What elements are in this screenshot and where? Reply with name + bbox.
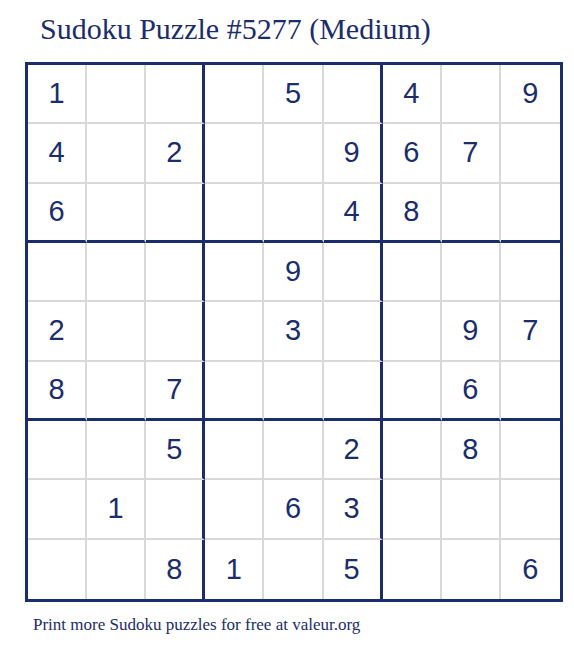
cell-r3c1[interactable]: 6 bbox=[28, 184, 87, 243]
cell-r3c3[interactable] bbox=[146, 184, 205, 243]
cell-r3c2[interactable] bbox=[87, 184, 146, 243]
cell-r2c5[interactable] bbox=[264, 124, 323, 183]
cell-r6c4[interactable] bbox=[205, 362, 264, 421]
cell-r7c6[interactable]: 2 bbox=[324, 421, 383, 480]
cell-r7c5[interactable] bbox=[264, 421, 323, 480]
cell-r8c9[interactable] bbox=[501, 480, 560, 539]
cell-r8c1[interactable] bbox=[28, 480, 87, 539]
footer-text: Print more Sudoku puzzles for free at va… bbox=[33, 615, 360, 635]
cell-r9c8[interactable] bbox=[442, 540, 501, 599]
sudoku-grid: 154942967648923978765281638156 bbox=[25, 62, 563, 602]
cell-r5c2[interactable] bbox=[87, 302, 146, 361]
cell-r1c2[interactable] bbox=[87, 65, 146, 124]
cell-r9c1[interactable] bbox=[28, 540, 87, 599]
cell-r1c6[interactable] bbox=[324, 65, 383, 124]
cell-r1c9[interactable]: 9 bbox=[501, 65, 560, 124]
cell-r8c6[interactable]: 3 bbox=[324, 480, 383, 539]
cell-r3c4[interactable] bbox=[205, 184, 264, 243]
cell-r9c5[interactable] bbox=[264, 540, 323, 599]
cell-r2c3[interactable]: 2 bbox=[146, 124, 205, 183]
cell-r8c8[interactable] bbox=[442, 480, 501, 539]
cell-r7c4[interactable] bbox=[205, 421, 264, 480]
cell-r8c2[interactable]: 1 bbox=[87, 480, 146, 539]
cell-r2c8[interactable]: 7 bbox=[442, 124, 501, 183]
cell-r1c8[interactable] bbox=[442, 65, 501, 124]
cell-r4c1[interactable] bbox=[28, 243, 87, 302]
cell-r8c7[interactable] bbox=[383, 480, 442, 539]
cell-r1c5[interactable]: 5 bbox=[264, 65, 323, 124]
cell-r5c1[interactable]: 2 bbox=[28, 302, 87, 361]
cell-r2c4[interactable] bbox=[205, 124, 264, 183]
cell-r7c9[interactable] bbox=[501, 421, 560, 480]
cell-r3c7[interactable]: 8 bbox=[383, 184, 442, 243]
cell-r5c3[interactable] bbox=[146, 302, 205, 361]
cell-r2c9[interactable] bbox=[501, 124, 560, 183]
cell-r7c2[interactable] bbox=[87, 421, 146, 480]
cell-r1c7[interactable]: 4 bbox=[383, 65, 442, 124]
cell-r4c2[interactable] bbox=[87, 243, 146, 302]
cell-r8c5[interactable]: 6 bbox=[264, 480, 323, 539]
cell-r6c2[interactable] bbox=[87, 362, 146, 421]
cell-r5c7[interactable] bbox=[383, 302, 442, 361]
cell-r4c5[interactable]: 9 bbox=[264, 243, 323, 302]
cell-r9c9[interactable]: 6 bbox=[501, 540, 560, 599]
cell-r7c7[interactable] bbox=[383, 421, 442, 480]
cell-r9c2[interactable] bbox=[87, 540, 146, 599]
cell-r1c1[interactable]: 1 bbox=[28, 65, 87, 124]
cell-r6c6[interactable] bbox=[324, 362, 383, 421]
cell-r4c8[interactable] bbox=[442, 243, 501, 302]
cell-r7c3[interactable]: 5 bbox=[146, 421, 205, 480]
cell-r3c6[interactable]: 4 bbox=[324, 184, 383, 243]
cell-r2c7[interactable]: 6 bbox=[383, 124, 442, 183]
cell-r7c8[interactable]: 8 bbox=[442, 421, 501, 480]
cell-r3c8[interactable] bbox=[442, 184, 501, 243]
cell-r2c6[interactable]: 9 bbox=[324, 124, 383, 183]
cell-r2c1[interactable]: 4 bbox=[28, 124, 87, 183]
page-title: Sudoku Puzzle #5277 (Medium) bbox=[40, 12, 431, 46]
cell-r4c7[interactable] bbox=[383, 243, 442, 302]
cell-r5c9[interactable]: 7 bbox=[501, 302, 560, 361]
cell-r5c5[interactable]: 3 bbox=[264, 302, 323, 361]
cell-r4c6[interactable] bbox=[324, 243, 383, 302]
cell-r4c3[interactable] bbox=[146, 243, 205, 302]
cell-r4c9[interactable] bbox=[501, 243, 560, 302]
cell-r1c3[interactable] bbox=[146, 65, 205, 124]
cell-r6c7[interactable] bbox=[383, 362, 442, 421]
cell-r1c4[interactable] bbox=[205, 65, 264, 124]
cell-r2c2[interactable] bbox=[87, 124, 146, 183]
cell-r9c7[interactable] bbox=[383, 540, 442, 599]
cell-r7c1[interactable] bbox=[28, 421, 87, 480]
cell-r8c4[interactable] bbox=[205, 480, 264, 539]
cell-r6c1[interactable]: 8 bbox=[28, 362, 87, 421]
cell-r6c9[interactable] bbox=[501, 362, 560, 421]
sudoku-page: Sudoku Puzzle #5277 (Medium) 15494296764… bbox=[0, 0, 574, 651]
cell-r6c8[interactable]: 6 bbox=[442, 362, 501, 421]
cell-r6c5[interactable] bbox=[264, 362, 323, 421]
cell-r6c3[interactable]: 7 bbox=[146, 362, 205, 421]
cell-r8c3[interactable] bbox=[146, 480, 205, 539]
cell-r3c9[interactable] bbox=[501, 184, 560, 243]
cell-r5c8[interactable]: 9 bbox=[442, 302, 501, 361]
cell-r3c5[interactable] bbox=[264, 184, 323, 243]
cell-r5c4[interactable] bbox=[205, 302, 264, 361]
cell-r9c3[interactable]: 8 bbox=[146, 540, 205, 599]
cell-r9c6[interactable]: 5 bbox=[324, 540, 383, 599]
cell-r5c6[interactable] bbox=[324, 302, 383, 361]
cell-r4c4[interactable] bbox=[205, 243, 264, 302]
cell-r9c4[interactable]: 1 bbox=[205, 540, 264, 599]
